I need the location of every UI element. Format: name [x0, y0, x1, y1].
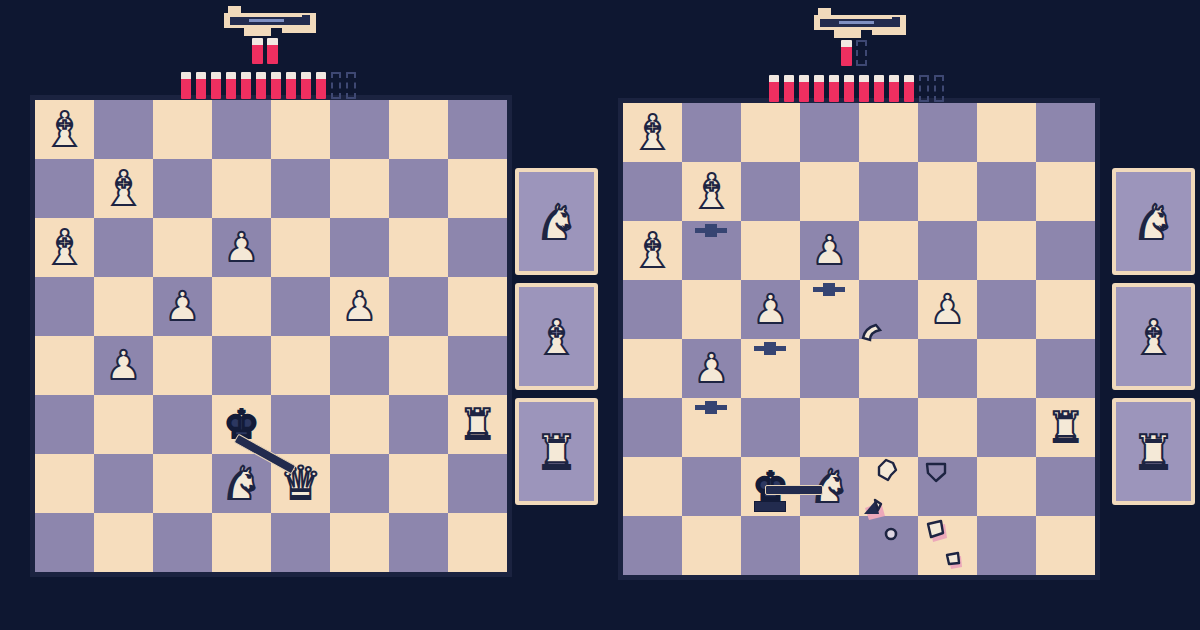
left-piece-white-pawn-f5[interactable]: ♟ — [330, 277, 389, 336]
left-square-c2[interactable] — [153, 454, 212, 513]
left-square-b2[interactable] — [94, 454, 153, 513]
left-card-knight[interactable]: ♞ — [515, 168, 598, 275]
right-square-f6[interactable] — [918, 221, 977, 280]
right-square-g2[interactable] — [977, 457, 1036, 516]
left-square-h6[interactable] — [448, 218, 507, 277]
right-king-shotgun-barrel — [765, 485, 823, 495]
left-square-f7[interactable] — [330, 159, 389, 218]
right-square-f3[interactable] — [918, 398, 977, 457]
left-square-g6[interactable] — [389, 218, 448, 277]
left-piece-white-pawn-d6[interactable]: ♟ — [212, 218, 271, 277]
left-reserve-shell-full — [301, 72, 311, 99]
left-square-a3[interactable] — [35, 395, 94, 454]
left-square-f3[interactable] — [330, 395, 389, 454]
left-square-g8[interactable] — [389, 100, 448, 159]
left-square-g2[interactable] — [389, 454, 448, 513]
rook-card-icon: ♜ — [1132, 428, 1175, 476]
right-square-d4[interactable] — [800, 339, 859, 398]
left-square-f2[interactable] — [330, 454, 389, 513]
right-square-c8[interactable] — [741, 103, 800, 162]
right-reserve-shell-full — [799, 75, 809, 102]
right-square-f8[interactable] — [918, 103, 977, 162]
right-square-g5[interactable] — [977, 280, 1036, 339]
left-square-b1[interactable] — [94, 513, 153, 572]
debris-shard-chunk-1 — [874, 458, 904, 492]
left-square-c8[interactable] — [153, 100, 212, 159]
left-square-e5[interactable] — [271, 277, 330, 336]
right-piece-white-bishop-a6[interactable]: ♝ — [623, 221, 682, 280]
right-square-a3[interactable] — [623, 398, 682, 457]
right-square-c6[interactable] — [741, 221, 800, 280]
debris-shard-pink-triangle-3 — [861, 496, 891, 530]
left-square-b8[interactable] — [94, 100, 153, 159]
left-square-f1[interactable] — [330, 513, 389, 572]
left-square-c6[interactable] — [153, 218, 212, 277]
left-square-h2[interactable] — [448, 454, 507, 513]
right-square-f4[interactable] — [918, 339, 977, 398]
right-square-b1[interactable] — [682, 516, 741, 575]
right-shotgun-icon — [812, 6, 910, 46]
right-card-knight[interactable]: ♞ — [1112, 168, 1195, 275]
debris-shard-curved-0 — [860, 322, 890, 356]
right-square-g1[interactable] — [977, 516, 1036, 575]
left-square-d7[interactable] — [212, 159, 271, 218]
knight-card-icon: ♞ — [535, 198, 578, 246]
right-square-g6[interactable] — [977, 221, 1036, 280]
right-piece-white-pawn-c5[interactable]: ♟ — [741, 280, 800, 339]
debris-shard-pink-5 — [923, 518, 953, 552]
right-reserve-shell-empty — [934, 75, 944, 102]
move-intent-arrow-b6 — [695, 223, 727, 242]
left-square-c7[interactable] — [153, 159, 212, 218]
right-square-h4[interactable] — [1036, 339, 1095, 398]
left-square-e1[interactable] — [271, 513, 330, 572]
move-intent-arrow-b3 — [695, 400, 727, 419]
left-reserve-shell-full — [286, 72, 296, 99]
right-square-h6[interactable] — [1036, 221, 1095, 280]
left-shotgun-icon — [222, 4, 320, 44]
left-piece-white-pawn-b4[interactable]: ♟ — [94, 336, 153, 395]
left-square-d1[interactable] — [212, 513, 271, 572]
right-square-g8[interactable] — [977, 103, 1036, 162]
bishop-card-icon: ♝ — [535, 313, 578, 361]
left-square-e4[interactable] — [271, 336, 330, 395]
left-reserve-shell-empty — [346, 72, 356, 99]
left-card-rook[interactable]: ♜ — [515, 398, 598, 505]
right-reserve-shell-full — [814, 75, 824, 102]
right-card-rook[interactable]: ♜ — [1112, 398, 1195, 505]
right-chess-board: ♝♝♝♟♟♟♟♜♚♞ — [623, 103, 1095, 575]
left-chess-board: ♝♝♝♟♟♟♟♚♜♞♛ — [35, 100, 507, 572]
left-reserve-shell-full — [271, 72, 281, 99]
left-reserve-shell-full — [226, 72, 236, 99]
left-square-b5[interactable] — [94, 277, 153, 336]
right-square-g7[interactable] — [977, 162, 1036, 221]
left-reserve-shell-full — [316, 72, 326, 99]
right-square-b2[interactable] — [682, 457, 741, 516]
left-square-c1[interactable] — [153, 513, 212, 572]
bishop-card-icon: ♝ — [1132, 313, 1175, 361]
left-card-bishop[interactable]: ♝ — [515, 283, 598, 390]
right-square-a1[interactable] — [623, 516, 682, 575]
right-square-a5[interactable] — [623, 280, 682, 339]
left-reserve-shell-full — [211, 72, 221, 99]
right-piece-white-pawn-d6[interactable]: ♟ — [800, 221, 859, 280]
right-square-b8[interactable] — [682, 103, 741, 162]
debris-shard-hollow-2 — [924, 461, 954, 495]
right-square-c7[interactable] — [741, 162, 800, 221]
left-square-g1[interactable] — [389, 513, 448, 572]
left-piece-white-bishop-b7[interactable]: ♝ — [94, 159, 153, 218]
left-square-a7[interactable] — [35, 159, 94, 218]
left-reserve-shell-full — [196, 72, 206, 99]
right-piece-white-pawn-f5[interactable]: ♟ — [918, 280, 977, 339]
left-square-d8[interactable] — [212, 100, 271, 159]
left-square-a2[interactable] — [35, 454, 94, 513]
left-square-h4[interactable] — [448, 336, 507, 395]
left-square-c3[interactable] — [153, 395, 212, 454]
move-intent-arrow-d5 — [813, 282, 845, 301]
left-piece-white-knight-d2[interactable]: ♞ — [212, 454, 271, 513]
left-square-e7[interactable] — [271, 159, 330, 218]
left-piece-white-bishop-a6[interactable]: ♝ — [35, 218, 94, 277]
left-square-h5[interactable] — [448, 277, 507, 336]
left-square-h1[interactable] — [448, 513, 507, 572]
right-square-f7[interactable] — [918, 162, 977, 221]
right-reserve-shell-full — [904, 75, 914, 102]
left-square-a5[interactable] — [35, 277, 94, 336]
right-square-d7[interactable] — [800, 162, 859, 221]
left-piece-white-bishop-a8[interactable]: ♝ — [35, 100, 94, 159]
right-reserve-shell-empty — [919, 75, 929, 102]
left-reserve-shell-empty — [331, 72, 341, 99]
left-reserve-shell-full — [241, 72, 251, 99]
left-square-g7[interactable] — [389, 159, 448, 218]
right-square-h1[interactable] — [1036, 516, 1095, 575]
debris-ring-4 — [883, 526, 913, 560]
left-square-d4[interactable] — [212, 336, 271, 395]
right-card-bishop[interactable]: ♝ — [1112, 283, 1195, 390]
right-king-base — [754, 501, 786, 512]
left-reserve-shell-full — [256, 72, 266, 99]
game-screen: { "game": "chess-roguelike (Shotgun King… — [0, 0, 1200, 630]
right-square-h7[interactable] — [1036, 162, 1095, 221]
right-square-h8[interactable] — [1036, 103, 1095, 162]
right-square-c3[interactable] — [741, 398, 800, 457]
right-square-e8[interactable] — [859, 103, 918, 162]
right-reserve-shell-full — [769, 75, 779, 102]
right-piece-white-pawn-b4[interactable]: ♟ — [682, 339, 741, 398]
debris-shard-pink-small-6 — [941, 548, 971, 582]
left-square-e6[interactable] — [271, 218, 330, 277]
left-square-e8[interactable] — [271, 100, 330, 159]
left-square-d5[interactable] — [212, 277, 271, 336]
right-piece-white-bishop-a8[interactable]: ♝ — [623, 103, 682, 162]
right-reserve-shell-full — [889, 75, 899, 102]
left-square-g5[interactable] — [389, 277, 448, 336]
right-square-b5[interactable] — [682, 280, 741, 339]
right-square-h5[interactable] — [1036, 280, 1095, 339]
right-reserve-shell-full — [859, 75, 869, 102]
left-square-b6[interactable] — [94, 218, 153, 277]
left-reserve-shell-full — [181, 72, 191, 99]
left-square-g4[interactable] — [389, 336, 448, 395]
left-square-c4[interactable] — [153, 336, 212, 395]
right-square-c1[interactable] — [741, 516, 800, 575]
right-reserve-shell-full — [844, 75, 854, 102]
right-square-d3[interactable] — [800, 398, 859, 457]
left-square-b3[interactable] — [94, 395, 153, 454]
left-square-f4[interactable] — [330, 336, 389, 395]
right-reserve-shell-full — [874, 75, 884, 102]
right-square-g3[interactable] — [977, 398, 1036, 457]
right-square-a2[interactable] — [623, 457, 682, 516]
right-square-a7[interactable] — [623, 162, 682, 221]
rook-card-icon: ♜ — [535, 428, 578, 476]
move-intent-arrow-c4 — [754, 341, 786, 360]
left-piece-white-rook-h3[interactable]: ♜ — [448, 395, 507, 454]
left-square-a4[interactable] — [35, 336, 94, 395]
right-square-g4[interactable] — [977, 339, 1036, 398]
left-square-a1[interactable] — [35, 513, 94, 572]
left-square-e3[interactable] — [271, 395, 330, 454]
right-reserve-shell-full — [784, 75, 794, 102]
right-square-e6[interactable] — [859, 221, 918, 280]
left-square-h8[interactable] — [448, 100, 507, 159]
left-square-f6[interactable] — [330, 218, 389, 277]
right-piece-white-bishop-b7[interactable]: ♝ — [682, 162, 741, 221]
left-square-g3[interactable] — [389, 395, 448, 454]
right-square-d1[interactable] — [800, 516, 859, 575]
right-piece-white-rook-h3[interactable]: ♜ — [1036, 398, 1095, 457]
right-square-h2[interactable] — [1036, 457, 1095, 516]
left-piece-white-pawn-c5[interactable]: ♟ — [153, 277, 212, 336]
right-square-d8[interactable] — [800, 103, 859, 162]
right-square-e7[interactable] — [859, 162, 918, 221]
right-reserve-shell-full — [829, 75, 839, 102]
left-square-h7[interactable] — [448, 159, 507, 218]
right-square-a4[interactable] — [623, 339, 682, 398]
left-square-f8[interactable] — [330, 100, 389, 159]
right-square-e3[interactable] — [859, 398, 918, 457]
knight-card-icon: ♞ — [1132, 198, 1175, 246]
